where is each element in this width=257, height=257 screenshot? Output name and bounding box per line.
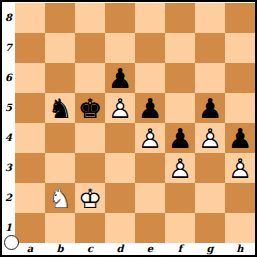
square-e8[interactable]: [135, 3, 165, 33]
square-f3[interactable]: ♟♙: [165, 153, 195, 183]
square-b8[interactable]: [45, 3, 75, 33]
square-g3[interactable]: [195, 153, 225, 183]
black-pawn-outline: ♙: [225, 123, 255, 153]
square-d2[interactable]: [105, 183, 135, 213]
rank-label-2: 2: [2, 183, 15, 213]
file-labels: abcdefgh: [15, 243, 255, 255]
square-g4[interactable]: ♟♙: [195, 123, 225, 153]
rank-labels: 87654321: [2, 3, 15, 243]
square-c6[interactable]: [75, 63, 105, 93]
file-label-a: a: [15, 243, 45, 255]
file-label-e: e: [135, 243, 165, 255]
white-pawn-outline: ♙: [195, 123, 225, 153]
square-f2[interactable]: [165, 183, 195, 213]
square-d4[interactable]: [105, 123, 135, 153]
square-a7[interactable]: [15, 33, 45, 63]
square-a3[interactable]: [15, 153, 45, 183]
square-a5[interactable]: [15, 93, 45, 123]
piece-black-king[interactable]: ♚♔: [75, 93, 105, 123]
square-e3[interactable]: [135, 153, 165, 183]
square-b4[interactable]: [45, 123, 75, 153]
square-a2[interactable]: [15, 183, 45, 213]
square-b1[interactable]: [45, 213, 75, 243]
piece-white-pawn[interactable]: ♟♙: [225, 153, 255, 183]
square-h8[interactable]: [225, 3, 255, 33]
square-h1[interactable]: [225, 213, 255, 243]
square-e5[interactable]: ♟♙: [135, 93, 165, 123]
square-f8[interactable]: [165, 3, 195, 33]
white-pawn-outline: ♙: [135, 123, 165, 153]
rank-label-3: 3: [2, 153, 15, 183]
turn-indicator: [4, 235, 19, 250]
square-b5[interactable]: ♞♘: [45, 93, 75, 123]
square-h7[interactable]: [225, 33, 255, 63]
square-d6[interactable]: ♟♙: [105, 63, 135, 93]
square-e4[interactable]: ♟♙: [135, 123, 165, 153]
black-king-outline: ♔: [75, 93, 105, 123]
square-e7[interactable]: [135, 33, 165, 63]
piece-black-knight[interactable]: ♞♘: [45, 93, 75, 123]
square-c7[interactable]: [75, 33, 105, 63]
rank-label-8: 8: [2, 3, 15, 33]
piece-black-pawn[interactable]: ♟♙: [195, 93, 225, 123]
black-pawn-outline: ♙: [165, 123, 195, 153]
white-pawn-outline: ♙: [105, 93, 135, 123]
file-label-g: g: [195, 243, 225, 255]
square-c5[interactable]: ♚♔: [75, 93, 105, 123]
square-b3[interactable]: [45, 153, 75, 183]
square-f4[interactable]: ♟♙: [165, 123, 195, 153]
square-f7[interactable]: [165, 33, 195, 63]
black-pawn-outline: ♙: [195, 93, 225, 123]
rank-label-5: 5: [2, 93, 15, 123]
piece-black-pawn[interactable]: ♟♙: [105, 63, 135, 93]
square-e2[interactable]: [135, 183, 165, 213]
square-g7[interactable]: [195, 33, 225, 63]
square-c1[interactable]: [75, 213, 105, 243]
square-h6[interactable]: [225, 63, 255, 93]
square-f1[interactable]: [165, 213, 195, 243]
piece-white-king[interactable]: ♚♔: [75, 183, 105, 213]
black-knight-outline: ♘: [45, 93, 75, 123]
piece-black-pawn[interactable]: ♟♙: [135, 93, 165, 123]
square-d1[interactable]: [105, 213, 135, 243]
square-h2[interactable]: [225, 183, 255, 213]
square-d5[interactable]: ♟♙: [105, 93, 135, 123]
square-e6[interactable]: [135, 63, 165, 93]
white-knight-outline: ♘: [45, 183, 75, 213]
square-b6[interactable]: [45, 63, 75, 93]
square-g6[interactable]: [195, 63, 225, 93]
square-h4[interactable]: ♟♙: [225, 123, 255, 153]
square-g1[interactable]: [195, 213, 225, 243]
square-h5[interactable]: [225, 93, 255, 123]
square-g2[interactable]: [195, 183, 225, 213]
file-label-b: b: [45, 243, 75, 255]
chess-diagram: 87654321 ♟♙♞♘♚♔♟♙♟♙♟♙♟♙♟♙♟♙♟♙♟♙♟♙♞♘♚♔ ab…: [0, 0, 257, 257]
file-label-f: f: [165, 243, 195, 255]
file-label-d: d: [105, 243, 135, 255]
square-g5[interactable]: ♟♙: [195, 93, 225, 123]
white-pawn-outline: ♙: [165, 153, 195, 183]
chess-board[interactable]: ♟♙♞♘♚♔♟♙♟♙♟♙♟♙♟♙♟♙♟♙♟♙♟♙♞♘♚♔: [15, 3, 255, 243]
square-c3[interactable]: [75, 153, 105, 183]
square-a4[interactable]: [15, 123, 45, 153]
square-d8[interactable]: [105, 3, 135, 33]
square-c2[interactable]: ♚♔: [75, 183, 105, 213]
square-b7[interactable]: [45, 33, 75, 63]
piece-black-pawn[interactable]: ♟♙: [225, 123, 255, 153]
square-e1[interactable]: [135, 213, 165, 243]
square-b2[interactable]: ♞♘: [45, 183, 75, 213]
rank-label-6: 6: [2, 63, 15, 93]
piece-white-knight[interactable]: ♞♘: [45, 183, 75, 213]
square-f5[interactable]: [165, 93, 195, 123]
piece-white-pawn[interactable]: ♟♙: [105, 93, 135, 123]
piece-white-pawn[interactable]: ♟♙: [135, 123, 165, 153]
piece-white-pawn[interactable]: ♟♙: [195, 123, 225, 153]
square-a6[interactable]: [15, 63, 45, 93]
square-a8[interactable]: [15, 3, 45, 33]
black-pawn-outline: ♙: [105, 63, 135, 93]
square-a1[interactable]: [15, 213, 45, 243]
rank-label-7: 7: [2, 33, 15, 63]
square-d7[interactable]: [105, 33, 135, 63]
piece-white-pawn[interactable]: ♟♙: [165, 153, 195, 183]
white-pawn-outline: ♙: [225, 153, 255, 183]
square-c4[interactable]: [75, 123, 105, 153]
square-h3[interactable]: ♟♙: [225, 153, 255, 183]
piece-black-pawn[interactable]: ♟♙: [165, 123, 195, 153]
white-king-outline: ♔: [75, 183, 105, 213]
file-label-c: c: [75, 243, 105, 255]
square-c8[interactable]: [75, 3, 105, 33]
black-pawn-outline: ♙: [135, 93, 165, 123]
file-label-h: h: [225, 243, 255, 255]
rank-label-4: 4: [2, 123, 15, 153]
square-g8[interactable]: [195, 3, 225, 33]
square-d3[interactable]: [105, 153, 135, 183]
square-f6[interactable]: [165, 63, 195, 93]
